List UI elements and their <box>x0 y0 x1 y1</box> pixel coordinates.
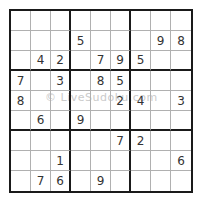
cell-r1c6[interactable] <box>111 11 131 31</box>
cell-r5c4[interactable] <box>71 91 91 111</box>
cell-r9c5[interactable]: 9 <box>91 171 111 191</box>
cell-r7c7[interactable]: 2 <box>131 131 151 151</box>
cell-r2c4[interactable]: 5 <box>71 31 91 51</box>
cell-r3c9[interactable] <box>171 51 191 71</box>
cell-r7c4[interactable] <box>71 131 91 151</box>
cell-r1c3[interactable] <box>51 11 71 31</box>
cell-r4c1[interactable]: 7 <box>11 71 31 91</box>
cell-r9c4[interactable] <box>71 171 91 191</box>
cell-r1c5[interactable] <box>91 11 111 31</box>
cell-r1c1[interactable] <box>11 11 31 31</box>
cell-r8c3[interactable]: 1 <box>51 151 71 171</box>
cell-r4c7[interactable] <box>131 71 151 91</box>
cell-r9c9[interactable] <box>171 171 191 191</box>
cell-r3c6[interactable]: 9 <box>111 51 131 71</box>
cell-r7c8[interactable] <box>151 131 171 151</box>
cell-r6c5[interactable] <box>91 111 111 131</box>
cell-r2c7[interactable] <box>131 31 151 51</box>
cell-r7c6[interactable]: 7 <box>111 131 131 151</box>
cell-r7c5[interactable] <box>91 131 111 151</box>
sudoku-page: © LiveSudoku.com 59842795738582436972167… <box>0 0 200 200</box>
cell-r5c1[interactable]: 8 <box>11 91 31 111</box>
cell-r8c4[interactable] <box>71 151 91 171</box>
cell-r8c9[interactable]: 6 <box>171 151 191 171</box>
cell-r6c3[interactable] <box>51 111 71 131</box>
cell-r3c3[interactable]: 2 <box>51 51 71 71</box>
cell-r5c6[interactable]: 2 <box>111 91 131 111</box>
cell-r3c5[interactable]: 7 <box>91 51 111 71</box>
cell-r2c8[interactable]: 9 <box>151 31 171 51</box>
cell-r5c2[interactable] <box>31 91 51 111</box>
cell-r3c4[interactable] <box>71 51 91 71</box>
cell-r6c6[interactable] <box>111 111 131 131</box>
cell-r1c9[interactable] <box>171 11 191 31</box>
cell-r2c3[interactable] <box>51 31 71 51</box>
cell-r8c6[interactable] <box>111 151 131 171</box>
cell-r8c1[interactable] <box>11 151 31 171</box>
cell-r1c7[interactable] <box>131 11 151 31</box>
cell-r8c2[interactable] <box>31 151 51 171</box>
cell-r4c6[interactable]: 5 <box>111 71 131 91</box>
cell-r9c1[interactable] <box>11 171 31 191</box>
cell-r4c2[interactable] <box>31 71 51 91</box>
cell-r9c6[interactable] <box>111 171 131 191</box>
cell-r5c8[interactable] <box>151 91 171 111</box>
cell-r9c3[interactable]: 6 <box>51 171 71 191</box>
cell-r7c2[interactable] <box>31 131 51 151</box>
cell-r5c5[interactable] <box>91 91 111 111</box>
cell-r4c9[interactable] <box>171 71 191 91</box>
cell-r9c7[interactable] <box>131 171 151 191</box>
cell-r8c7[interactable] <box>131 151 151 171</box>
cell-r4c4[interactable] <box>71 71 91 91</box>
cell-r2c2[interactable] <box>31 31 51 51</box>
cell-r6c2[interactable]: 6 <box>31 111 51 131</box>
cell-r8c5[interactable] <box>91 151 111 171</box>
cell-r3c2[interactable]: 4 <box>31 51 51 71</box>
cell-r2c9[interactable]: 8 <box>171 31 191 51</box>
cell-r3c7[interactable]: 5 <box>131 51 151 71</box>
cell-r6c1[interactable] <box>11 111 31 131</box>
sudoku-board: © LiveSudoku.com 59842795738582436972167… <box>9 9 193 193</box>
cell-r7c9[interactable] <box>171 131 191 151</box>
cell-r5c3[interactable] <box>51 91 71 111</box>
cell-r6c9[interactable] <box>171 111 191 131</box>
cell-r1c4[interactable] <box>71 11 91 31</box>
cell-r5c9[interactable]: 3 <box>171 91 191 111</box>
cell-r2c5[interactable] <box>91 31 111 51</box>
cell-r4c3[interactable]: 3 <box>51 71 71 91</box>
cell-r6c8[interactable] <box>151 111 171 131</box>
cell-r9c2[interactable]: 7 <box>31 171 51 191</box>
cell-r2c6[interactable] <box>111 31 131 51</box>
cell-r7c1[interactable] <box>11 131 31 151</box>
cell-r6c4[interactable]: 9 <box>71 111 91 131</box>
cell-r2c1[interactable] <box>11 31 31 51</box>
cell-r1c2[interactable] <box>31 11 51 31</box>
cell-r9c8[interactable] <box>151 171 171 191</box>
cell-r5c7[interactable]: 4 <box>131 91 151 111</box>
cell-r3c8[interactable] <box>151 51 171 71</box>
cell-r1c8[interactable] <box>151 11 171 31</box>
cell-r8c8[interactable] <box>151 151 171 171</box>
cell-r7c3[interactable] <box>51 131 71 151</box>
cell-r3c1[interactable] <box>11 51 31 71</box>
cell-r4c8[interactable] <box>151 71 171 91</box>
cell-r6c7[interactable] <box>131 111 151 131</box>
cell-r4c5[interactable]: 8 <box>91 71 111 91</box>
